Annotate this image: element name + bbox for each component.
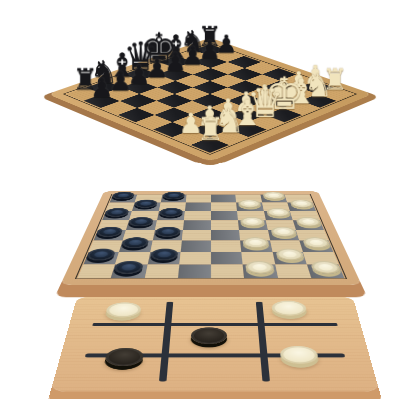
checkers-board: [60, 191, 361, 285]
checkers-square-r6c4[interactable]: [180, 241, 211, 252]
cream-checker-piece[interactable]: [243, 237, 270, 248]
cream-checker-piece[interactable]: [238, 199, 261, 207]
black-disc-center[interactable]: [191, 327, 228, 344]
navy-checker-piece[interactable]: [96, 227, 124, 237]
checkers-square-r8c7[interactable]: [275, 264, 311, 278]
checkers-square-r1c4[interactable]: [186, 195, 211, 203]
black-disc-bottom-left[interactable]: [104, 348, 144, 366]
checkers-square-r6c5[interactable]: [211, 241, 242, 252]
checkers-square-r2c5[interactable]: [211, 203, 237, 211]
navy-checker-piece[interactable]: [113, 261, 144, 274]
game-set-photo: ♜♞♝♛♚♝♞♜♟♟♟♟♟♟♟♟♟♟♟♟♟♟♟♟♜♞♝♛♚♝♞♜: [0, 0, 416, 399]
checkers-square-r3c5[interactable]: [211, 211, 238, 220]
cream-checker-piece[interactable]: [262, 192, 285, 200]
checkers-square-r2c6[interactable]: [236, 203, 263, 211]
checkers-square-r7c5[interactable]: [211, 252, 243, 264]
cream-checker-piece[interactable]: [240, 217, 265, 226]
checkers-square-r2c4[interactable]: [185, 203, 211, 211]
ttt-grid-line-vertical-right: [255, 302, 269, 382]
checkers-square-r8c1[interactable]: [78, 264, 116, 278]
checkers-square-r3c3[interactable]: [157, 211, 185, 220]
checkers-square-r6c8[interactable]: [299, 241, 333, 252]
checkers-square-r2c8[interactable]: [287, 203, 316, 211]
checkers-square-r7c4[interactable]: [179, 252, 211, 264]
cream-disc-top-left[interactable]: [105, 302, 142, 317]
cream-checker-piece[interactable]: [245, 261, 275, 274]
checkers-square-r5c4[interactable]: [182, 230, 211, 241]
ttt-grid-line-horizontal-top: [92, 323, 337, 327]
checkers-square-r4c5[interactable]: [211, 220, 239, 230]
navy-checker-piece[interactable]: [111, 192, 135, 200]
checkers-square-r4c8[interactable]: [293, 220, 324, 230]
checkers-square-r6c2[interactable]: [119, 241, 152, 252]
navy-checker-piece[interactable]: [154, 227, 180, 237]
navy-checker-piece[interactable]: [149, 248, 178, 260]
checkers-square-r8c8[interactable]: [307, 264, 345, 278]
ttt-grid-line-vertical-left: [158, 302, 172, 382]
checkers-square-r3c7[interactable]: [264, 211, 293, 220]
navy-checker-piece[interactable]: [134, 199, 158, 207]
checkers-square-r8c6[interactable]: [243, 264, 278, 278]
tic-tac-toe-board: [50, 297, 379, 392]
checkers-square-r8c2[interactable]: [111, 264, 147, 278]
checkers-square-r5c5[interactable]: [211, 230, 240, 241]
checkers-square-r1c3[interactable]: [160, 195, 186, 203]
checkers-grid: [78, 195, 345, 278]
checkers-square-r8c5[interactable]: [211, 264, 244, 278]
cream-disc-bottom-right[interactable]: [279, 346, 319, 364]
chess-piece-anchor: ♜: [191, 137, 229, 153]
chess-square-a1[interactable]: ♜: [191, 137, 229, 153]
checkers-square-r8c3[interactable]: [144, 264, 179, 278]
checkers-square-r4c4[interactable]: [183, 220, 211, 230]
checkers-square-r4c2[interactable]: [126, 220, 156, 230]
cream-checker-piece[interactable]: [289, 199, 314, 207]
checkers-square-r7c1[interactable]: [83, 252, 119, 264]
checkers-square-r1c7[interactable]: [260, 195, 287, 203]
black-pawn[interactable]: ♟: [78, 76, 127, 101]
checkers-square-r6c6[interactable]: [240, 241, 272, 252]
checkers-square-r5c1[interactable]: [94, 230, 127, 241]
cream-checker-piece[interactable]: [270, 227, 297, 237]
checkers-square-r1c5[interactable]: [211, 195, 236, 203]
checkers-square-r7c3[interactable]: [147, 252, 180, 264]
navy-checker-piece[interactable]: [159, 208, 183, 217]
checkers-square-r5c7[interactable]: [268, 230, 300, 241]
navy-checker-piece[interactable]: [121, 237, 149, 248]
checkers-square-r8c4[interactable]: [178, 264, 211, 278]
checkers-square-r3c1[interactable]: [102, 211, 132, 220]
navy-checker-piece[interactable]: [128, 217, 154, 226]
navy-checker-piece[interactable]: [104, 208, 130, 217]
cream-checker-piece[interactable]: [266, 208, 291, 217]
cream-disc-top-right[interactable]: [271, 301, 307, 316]
chess-board: ♜♞♝♛♚♝♞♜♟♟♟♟♟♟♟♟♟♟♟♟♟♟♟♟♜♞♝♛♚♝♞♜: [47, 38, 372, 162]
navy-checker-piece[interactable]: [162, 192, 184, 200]
checkers-square-r7c7[interactable]: [272, 252, 307, 264]
checkers-square-r4c6[interactable]: [238, 220, 267, 230]
cream-checker-piece[interactable]: [302, 237, 332, 248]
white-rook[interactable]: ♜: [184, 115, 236, 145]
checkers-square-r1c1[interactable]: [110, 195, 138, 203]
checkers-square-r2c2[interactable]: [132, 203, 160, 211]
checkers-square-r5c3[interactable]: [152, 230, 182, 241]
checkers-square-r3c4[interactable]: [184, 211, 211, 220]
chess-grid: ♜♞♝♛♚♝♞♜♟♟♟♟♟♟♟♟♟♟♟♟♟♟♟♟♜♞♝♛♚♝♞♜: [67, 44, 353, 153]
